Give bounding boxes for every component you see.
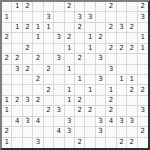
clue-cell-r12c0: 2 bbox=[2, 127, 12, 137]
clue-cell-r5c9: 3 bbox=[96, 54, 106, 64]
clue-cell-r7c7: 1 bbox=[75, 75, 85, 85]
clue-cell-r11c10: 4 bbox=[106, 117, 116, 127]
empty-cell-r6c5[interactable] bbox=[54, 65, 64, 75]
clue-cell-r8c10: 1 bbox=[106, 85, 116, 95]
clue-cell-r5c1: 2 bbox=[12, 54, 22, 64]
clue-cell-r9c6: 1 bbox=[65, 96, 75, 106]
empty-cell-r11c8[interactable] bbox=[85, 117, 95, 127]
clue-cell-r1c4: 3 bbox=[44, 12, 54, 22]
empty-cell-r7c0[interactable] bbox=[2, 75, 12, 85]
clue-cell-r7c9: 3 bbox=[96, 75, 106, 85]
clue-cell-r4c8: 1 bbox=[85, 44, 95, 54]
clue-cell-r7c12: 1 bbox=[127, 75, 137, 85]
empty-cell-r3c7[interactable] bbox=[75, 33, 85, 43]
empty-cell-r0c9[interactable] bbox=[96, 2, 106, 12]
empty-cell-r0c4[interactable] bbox=[44, 2, 54, 12]
clue-cell-r3c6: 2 bbox=[65, 33, 75, 43]
clue-cell-r9c2: 3 bbox=[23, 96, 33, 106]
clue-cell-r1c13: 3 bbox=[138, 12, 148, 22]
empty-cell-r6c0[interactable] bbox=[2, 65, 12, 75]
empty-cell-r10c2[interactable] bbox=[23, 106, 33, 116]
clue-cell-r13c3: 3 bbox=[33, 138, 43, 148]
empty-cell-r11c0[interactable] bbox=[2, 117, 12, 127]
empty-cell-r12c8[interactable] bbox=[85, 127, 95, 137]
clue-cell-r10c5: 3 bbox=[54, 106, 64, 116]
empty-cell-r6c13[interactable] bbox=[138, 65, 148, 75]
empty-cell-r7c8[interactable] bbox=[85, 75, 95, 85]
empty-cell-r9c12[interactable] bbox=[127, 96, 137, 106]
clue-cell-r6c10: 3 bbox=[106, 65, 116, 75]
empty-cell-r2c8[interactable] bbox=[85, 23, 95, 33]
clue-cell-r13c11: 2 bbox=[117, 138, 127, 148]
empty-cell-r0c0[interactable] bbox=[2, 2, 12, 12]
clue-cell-r5c7: 2 bbox=[75, 54, 85, 64]
empty-cell-r13c6[interactable] bbox=[65, 138, 75, 148]
clue-cell-r1c7: 3 bbox=[75, 12, 85, 22]
empty-cell-r9c13[interactable] bbox=[138, 96, 148, 106]
empty-cell-r0c12[interactable] bbox=[127, 2, 137, 12]
clue-cell-r4c10: 2 bbox=[106, 44, 116, 54]
clue-cell-r5c5: 3 bbox=[54, 54, 64, 64]
clue-cell-r10c10: 2 bbox=[106, 106, 116, 116]
empty-cell-r6c3[interactable] bbox=[33, 65, 43, 75]
empty-cell-r0c11[interactable] bbox=[117, 2, 127, 12]
clue-cell-r2c1: 1 bbox=[12, 23, 22, 33]
empty-cell-r10c11[interactable] bbox=[117, 106, 127, 116]
clue-cell-r13c0: 1 bbox=[2, 138, 12, 148]
clue-cell-r6c6: 1 bbox=[65, 65, 75, 75]
empty-cell-r8c7[interactable] bbox=[75, 85, 85, 95]
clue-cell-r10c7: 2 bbox=[75, 106, 85, 116]
empty-cell-r3c10[interactable] bbox=[106, 33, 116, 43]
empty-cell-r13c4[interactable] bbox=[44, 138, 54, 148]
clue-cell-r9c7: 2 bbox=[75, 96, 85, 106]
empty-cell-r2c5[interactable] bbox=[54, 23, 64, 33]
clue-cell-r11c9: 3 bbox=[96, 117, 106, 127]
empty-cell-r4c0[interactable] bbox=[2, 44, 12, 54]
empty-cell-r1c5[interactable] bbox=[54, 12, 64, 22]
clue-cell-r8c4: 2 bbox=[44, 85, 54, 95]
clue-cell-r0c1: 1 bbox=[12, 2, 22, 12]
empty-cell-r9c8[interactable] bbox=[85, 96, 95, 106]
clue-cell-r4c13: 1 bbox=[138, 44, 148, 54]
empty-cell-r9c5[interactable] bbox=[54, 96, 64, 106]
clue-cell-r5c3: 2 bbox=[33, 54, 43, 64]
empty-cell-r7c1[interactable] bbox=[12, 75, 22, 85]
clue-cell-r11c12: 3 bbox=[127, 117, 137, 127]
empty-cell-r5c10[interactable] bbox=[106, 54, 116, 64]
empty-cell-r8c9[interactable] bbox=[96, 85, 106, 95]
empty-cell-r1c6[interactable] bbox=[65, 12, 75, 22]
empty-cell-r5c2[interactable] bbox=[23, 54, 33, 64]
empty-cell-r11c5[interactable] bbox=[54, 117, 64, 127]
empty-cell-r8c0[interactable] bbox=[2, 85, 12, 95]
clue-cell-r1c8: 3 bbox=[85, 12, 95, 22]
clue-cell-r7c3: 2 bbox=[33, 75, 43, 85]
empty-cell-r8c1[interactable] bbox=[12, 85, 22, 95]
empty-cell-r10c6[interactable] bbox=[65, 106, 75, 116]
clue-cell-r4c2: 2 bbox=[23, 44, 33, 54]
clue-cell-r4c11: 2 bbox=[117, 44, 127, 54]
empty-cell-r4c5[interactable] bbox=[54, 44, 64, 54]
empty-cell-r12c1[interactable] bbox=[12, 127, 22, 137]
empty-cell-r10c1[interactable] bbox=[12, 106, 22, 116]
clue-cell-r12c5: 4 bbox=[54, 127, 64, 137]
clue-cell-r10c8: 2 bbox=[85, 106, 95, 116]
empty-cell-r12c12[interactable] bbox=[127, 127, 137, 137]
clue-cell-r13c12: 2 bbox=[127, 138, 137, 148]
clue-cell-r0c13: 2 bbox=[138, 2, 148, 12]
clue-cell-r2c3: 1 bbox=[33, 23, 43, 33]
empty-cell-r10c9[interactable] bbox=[96, 106, 106, 116]
empty-cell-r6c9[interactable] bbox=[96, 65, 106, 75]
empty-cell-r6c8[interactable] bbox=[85, 65, 95, 75]
empty-cell-r5c11[interactable] bbox=[117, 54, 127, 64]
empty-cell-r3c1[interactable] bbox=[12, 33, 22, 43]
empty-cell-r4c9[interactable] bbox=[96, 44, 106, 54]
empty-cell-r2c0[interactable] bbox=[2, 23, 12, 33]
empty-cell-r8c2[interactable] bbox=[23, 85, 33, 95]
empty-cell-r12c10[interactable] bbox=[106, 127, 116, 137]
empty-cell-r10c3[interactable] bbox=[33, 106, 43, 116]
empty-cell-r0c8[interactable] bbox=[85, 2, 95, 12]
empty-cell-r8c5[interactable] bbox=[54, 85, 64, 95]
clue-cell-r10c13: 3 bbox=[138, 106, 148, 116]
empty-cell-r12c11[interactable] bbox=[117, 127, 127, 137]
empty-cell-r1c9[interactable] bbox=[96, 12, 106, 22]
empty-cell-r12c4[interactable] bbox=[44, 127, 54, 137]
clue-cell-r3c8: 1 bbox=[85, 33, 95, 43]
clue-cell-r8c13: 2 bbox=[138, 85, 148, 95]
empty-cell-r5c6[interactable] bbox=[65, 54, 75, 64]
minesweeper-board: 1222213333121122322132121211222122232332… bbox=[0, 0, 150, 150]
empty-cell-r5c13[interactable] bbox=[138, 54, 148, 64]
clue-cell-r4c6: 1 bbox=[65, 44, 75, 54]
empty-cell-r1c3[interactable] bbox=[33, 12, 43, 22]
empty-cell-r7c5[interactable] bbox=[54, 75, 64, 85]
clue-cell-r2c12: 2 bbox=[127, 23, 137, 33]
clue-cell-r12c6: 3 bbox=[65, 127, 75, 137]
empty-cell-r13c8[interactable] bbox=[85, 138, 95, 148]
clue-cell-r8c12: 2 bbox=[127, 85, 137, 95]
empty-cell-r1c2[interactable] bbox=[23, 12, 33, 22]
clue-cell-r11c11: 3 bbox=[117, 117, 127, 127]
clue-cell-r11c1: 4 bbox=[12, 117, 22, 127]
clue-cell-r3c13: 1 bbox=[138, 33, 148, 43]
clue-cell-r12c13: 2 bbox=[138, 127, 148, 137]
clue-cell-r7c11: 1 bbox=[117, 75, 127, 85]
empty-cell-r11c13[interactable] bbox=[138, 117, 148, 127]
empty-cell-r3c2[interactable] bbox=[23, 33, 33, 43]
empty-cell-r8c3[interactable] bbox=[33, 85, 43, 95]
empty-cell-r13c2[interactable] bbox=[23, 138, 33, 148]
empty-cell-r3c4[interactable] bbox=[44, 33, 54, 43]
empty-cell-r0c7[interactable] bbox=[75, 2, 85, 12]
clue-cell-r2c7: 2 bbox=[75, 23, 85, 33]
clue-cell-r6c2: 2 bbox=[23, 65, 33, 75]
empty-cell-r12c3[interactable] bbox=[33, 127, 43, 137]
clue-cell-r13c7: 2 bbox=[75, 138, 85, 148]
clue-cell-r2c10: 2 bbox=[106, 23, 116, 33]
clue-cell-r6c4: 2 bbox=[44, 65, 54, 75]
clue-cell-r9c1: 2 bbox=[12, 96, 22, 106]
empty-cell-r3c12[interactable] bbox=[127, 33, 137, 43]
clue-cell-r8c6: 1 bbox=[65, 85, 75, 95]
clue-cell-r9c0: 1 bbox=[2, 96, 12, 106]
empty-cell-r11c4[interactable] bbox=[44, 117, 54, 127]
empty-cell-r11c7[interactable] bbox=[75, 117, 85, 127]
empty-cell-r7c2[interactable] bbox=[23, 75, 33, 85]
empty-cell-r13c13[interactable] bbox=[138, 138, 148, 148]
empty-cell-r0c3[interactable] bbox=[33, 2, 43, 12]
clue-cell-r9c10: 2 bbox=[106, 96, 116, 106]
empty-cell-r6c7[interactable] bbox=[75, 65, 85, 75]
empty-cell-r12c2[interactable] bbox=[23, 127, 33, 137]
empty-cell-r4c3[interactable] bbox=[33, 44, 43, 54]
empty-cell-r1c11[interactable] bbox=[117, 12, 127, 22]
empty-cell-r5c12[interactable] bbox=[127, 54, 137, 64]
clue-cell-r1c0: 1 bbox=[2, 12, 12, 22]
clue-cell-r0c10: 2 bbox=[106, 2, 116, 12]
clue-cell-r0c6: 2 bbox=[65, 2, 75, 12]
empty-cell-r7c6[interactable] bbox=[65, 75, 75, 85]
clue-cell-r3c3: 1 bbox=[33, 33, 43, 43]
clue-cell-r11c6: 3 bbox=[65, 117, 75, 127]
empty-cell-r7c4[interactable] bbox=[44, 75, 54, 85]
clue-cell-r4c12: 2 bbox=[127, 44, 137, 54]
empty-cell-r0c5[interactable] bbox=[54, 2, 64, 12]
empty-cell-r2c9[interactable] bbox=[96, 23, 106, 33]
empty-cell-r10c12[interactable] bbox=[127, 106, 137, 116]
clue-cell-r10c4: 2 bbox=[44, 106, 54, 116]
clue-cell-r6c1: 3 bbox=[12, 65, 22, 75]
clue-cell-r2c2: 2 bbox=[23, 23, 33, 33]
empty-cell-r4c7[interactable] bbox=[75, 44, 85, 54]
clue-cell-r12c9: 3 bbox=[96, 127, 106, 137]
clue-cell-r2c11: 3 bbox=[117, 23, 127, 33]
clue-cell-r10c0: 1 bbox=[2, 106, 12, 116]
clue-cell-r3c9: 2 bbox=[96, 33, 106, 43]
clue-cell-r5c0: 2 bbox=[2, 54, 12, 64]
empty-cell-r3c11[interactable] bbox=[117, 33, 127, 43]
empty-cell-r12c7[interactable] bbox=[75, 127, 85, 137]
empty-cell-r13c10[interactable] bbox=[106, 138, 116, 148]
empty-cell-r6c11[interactable] bbox=[117, 65, 127, 75]
empty-cell-r13c5[interactable] bbox=[54, 138, 64, 148]
clue-cell-r8c8: 1 bbox=[85, 85, 95, 95]
empty-cell-r9c4[interactable] bbox=[44, 96, 54, 106]
clue-cell-r3c0: 2 bbox=[2, 33, 12, 43]
empty-cell-r2c6[interactable] bbox=[65, 23, 75, 33]
clue-cell-r3c5: 3 bbox=[54, 33, 64, 43]
empty-cell-r8c11[interactable] bbox=[117, 85, 127, 95]
empty-cell-r6c12[interactable] bbox=[127, 65, 137, 75]
clue-cell-r11c3: 4 bbox=[33, 117, 43, 127]
empty-cell-r4c4[interactable] bbox=[44, 44, 54, 54]
empty-cell-r9c11[interactable] bbox=[117, 96, 127, 106]
empty-cell-r7c10[interactable] bbox=[106, 75, 116, 85]
empty-cell-r5c8[interactable] bbox=[85, 54, 95, 64]
clue-cell-r2c4: 1 bbox=[44, 23, 54, 33]
empty-cell-r2c13[interactable] bbox=[138, 23, 148, 33]
empty-cell-r5c4[interactable] bbox=[44, 54, 54, 64]
empty-cell-r1c1[interactable] bbox=[12, 12, 22, 22]
clue-cell-r9c3: 2 bbox=[33, 96, 43, 106]
empty-cell-r1c10[interactable] bbox=[106, 12, 116, 22]
empty-cell-r1c12[interactable] bbox=[127, 12, 137, 22]
empty-cell-r13c9[interactable] bbox=[96, 138, 106, 148]
clue-cell-r0c2: 2 bbox=[23, 2, 33, 12]
empty-cell-r9c9[interactable] bbox=[96, 96, 106, 106]
empty-cell-r13c1[interactable] bbox=[12, 138, 22, 148]
clue-cell-r11c2: 3 bbox=[23, 117, 33, 127]
empty-cell-r7c13[interactable] bbox=[138, 75, 148, 85]
empty-cell-r4c1[interactable] bbox=[12, 44, 22, 54]
